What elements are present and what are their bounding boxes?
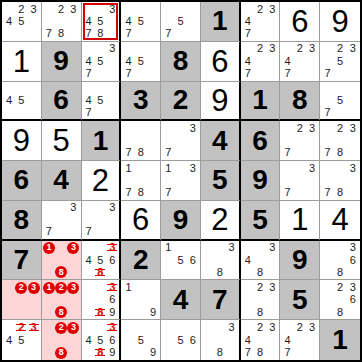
candidate-empty xyxy=(162,254,174,266)
candidate-empty xyxy=(106,15,118,27)
candidate-empty xyxy=(147,321,159,334)
candidate-digit: 2 xyxy=(254,43,266,55)
candidate-grid: 3689 xyxy=(82,280,120,319)
cell-r8c7[interactable]: 238 xyxy=(241,280,281,320)
cell-r7c3[interactable]: 34568 xyxy=(82,241,122,281)
given-digit: 6 xyxy=(2,161,41,200)
candidate-digit: 5 xyxy=(94,334,106,347)
candidate-empty xyxy=(187,3,199,15)
candidate-empty xyxy=(147,15,159,27)
candidate-empty xyxy=(174,135,186,147)
candidate-digit: 7 xyxy=(242,346,254,359)
cell-r1c6[interactable]: 1 xyxy=(201,2,241,42)
candidate-digit: 5 xyxy=(174,254,186,266)
candidate-grid: 37 xyxy=(280,161,319,200)
candidate-digit: 3 xyxy=(67,202,79,214)
cell-r4c2[interactable]: 5 xyxy=(42,121,82,161)
cell-r3c4[interactable]: 3 xyxy=(121,82,161,122)
cell-r4c9[interactable]: 2378 xyxy=(320,121,360,161)
candidate-empty xyxy=(122,43,134,55)
cell-r9c8[interactable]: 2347 xyxy=(280,320,320,360)
candidate-empty xyxy=(135,67,147,79)
candidate-empty xyxy=(334,294,347,306)
candidate-empty xyxy=(346,174,359,186)
given-digit: 7 xyxy=(2,241,41,280)
candidate-grid: 38 xyxy=(201,320,239,360)
candidate-empty xyxy=(28,15,40,27)
candidate-grid: 38 xyxy=(201,241,239,280)
cell-r1c7[interactable]: 2347 xyxy=(241,2,281,42)
candidate-empty xyxy=(135,174,147,186)
cell-r9c3[interactable]: 345689 xyxy=(82,320,122,360)
candidate-empty xyxy=(43,254,55,266)
candidate-empty xyxy=(94,106,106,118)
candidate-empty xyxy=(15,346,27,359)
candidate-empty xyxy=(306,174,318,186)
cell-r8c3[interactable]: 3689 xyxy=(82,280,122,320)
solved-digit: 2 xyxy=(82,161,120,200)
cell-r7c9[interactable]: 368 xyxy=(320,241,360,281)
cell-r5c8[interactable]: 37 xyxy=(280,161,320,201)
cell-r8c5[interactable]: 4 xyxy=(161,280,201,320)
candidate-digit: 8 xyxy=(334,147,347,159)
candidate-empty xyxy=(294,334,306,347)
candidate-circled: 8 xyxy=(55,346,67,359)
given-digit: 5 xyxy=(201,161,239,200)
candidate-empty xyxy=(321,294,334,306)
candidate-eliminated: 3 xyxy=(106,242,118,254)
candidate-empty xyxy=(174,162,186,174)
candidate-digit: 7 xyxy=(162,187,174,199)
candidate-empty xyxy=(3,83,15,95)
candidate-digit: 7 xyxy=(83,226,95,238)
cell-r7c1[interactable]: 7 xyxy=(2,241,42,281)
candidate-digit: 3 xyxy=(346,242,359,254)
candidate-circled: 2 xyxy=(55,321,67,334)
candidate-empty xyxy=(67,266,79,278)
candidate-circled: 8 xyxy=(55,266,67,278)
candidate-digit: 7 xyxy=(122,147,134,159)
cell-r5c5[interactable]: 137 xyxy=(161,161,201,201)
candidate-digit: 3 xyxy=(266,321,278,334)
given-digit: 9 xyxy=(42,42,81,81)
candidate-digit: 9 xyxy=(147,306,159,318)
solved-digit: 9 xyxy=(320,2,360,41)
candidate-empty xyxy=(321,281,334,293)
given-digit: 7 xyxy=(201,280,239,319)
candidate-digit: 5 xyxy=(15,15,27,27)
given-digit: 8 xyxy=(280,82,319,120)
candidate-empty xyxy=(226,346,238,359)
candidate-digit: 5 xyxy=(94,94,106,106)
candidate-digit: 6 xyxy=(106,334,118,347)
cell-r5c6[interactable]: 5 xyxy=(201,161,241,201)
candidate-empty xyxy=(187,346,199,359)
candidate-circled: 1 xyxy=(43,281,55,293)
candidate-empty xyxy=(83,43,95,55)
candidate-empty xyxy=(346,266,359,278)
candidate-digit: 3 xyxy=(346,122,359,134)
cell-r9c2[interactable]: 238 xyxy=(42,320,82,360)
cell-r4c1[interactable]: 9 xyxy=(2,121,42,161)
candidate-empty xyxy=(174,187,186,199)
cell-r8c1[interactable]: 23 xyxy=(2,280,42,320)
candidate-empty xyxy=(94,226,106,238)
cell-r3c9[interactable]: 57 xyxy=(320,82,360,122)
candidate-digit: 8 xyxy=(214,346,226,359)
candidate-digit: 6 xyxy=(187,334,199,347)
candidate-empty xyxy=(162,122,174,134)
cell-r3c7[interactable]: 1 xyxy=(241,82,281,122)
candidate-digit: 7 xyxy=(281,346,293,359)
candidate-digit: 2 xyxy=(15,3,27,15)
circled-digit: 8 xyxy=(55,347,67,359)
cell-r3c1[interactable]: 45 xyxy=(2,82,42,122)
given-digit: 9 xyxy=(241,161,280,200)
cell-r9c1[interactable]: 2345 xyxy=(2,320,42,360)
candidate-digit: 3 xyxy=(266,43,278,55)
candidate-empty xyxy=(83,3,95,15)
cell-r5c1[interactable]: 6 xyxy=(2,161,42,201)
candidate-empty xyxy=(346,306,359,318)
cell-r3c2[interactable]: 6 xyxy=(42,82,82,122)
candidate-grid: 45 xyxy=(2,82,41,120)
candidate-empty xyxy=(55,254,67,266)
candidate-empty xyxy=(306,187,318,199)
candidate-empty xyxy=(254,55,266,67)
cell-r5c2[interactable]: 4 xyxy=(42,161,82,201)
cell-r4c8[interactable]: 237 xyxy=(280,121,320,161)
candidate-empty xyxy=(83,294,95,306)
candidate-empty xyxy=(254,294,266,306)
cell-r7c5[interactable]: 156 xyxy=(161,241,201,281)
candidate-digit: 3 xyxy=(266,242,278,254)
candidate-empty xyxy=(106,67,118,79)
candidate-digit: 3 xyxy=(187,122,199,134)
candidate-empty xyxy=(94,321,106,334)
cell-r6c3[interactable]: 37 xyxy=(82,201,122,241)
candidate-digit: 3 xyxy=(346,281,359,293)
candidate-digit: 5 xyxy=(135,55,147,67)
candidate-grid: 23 xyxy=(2,280,41,319)
candidate-grid: 348 xyxy=(241,241,280,280)
candidate-circled: 3 xyxy=(67,281,79,293)
candidate-empty xyxy=(321,266,334,278)
candidate-digit: 1 xyxy=(162,162,174,174)
cell-r8c4[interactable]: 19 xyxy=(121,280,161,320)
candidate-empty xyxy=(15,306,27,318)
candidate-empty xyxy=(187,266,199,278)
candidate-empty xyxy=(306,334,318,347)
candidate-grid: 2347 xyxy=(280,320,319,360)
candidate-empty xyxy=(266,28,278,40)
candidate-empty xyxy=(43,306,55,318)
candidate-digit: 7 xyxy=(281,147,293,159)
candidate-empty xyxy=(321,254,334,266)
candidate-empty xyxy=(3,3,15,15)
candidate-empty xyxy=(135,43,147,55)
candidate-empty xyxy=(266,67,278,79)
candidate-empty xyxy=(294,147,306,159)
candidate-digit: 3 xyxy=(306,122,318,134)
cell-r6c5[interactable]: 9 xyxy=(161,201,201,241)
candidate-grid: 57 xyxy=(320,82,360,120)
given-digit: 4 xyxy=(201,121,239,160)
candidate-digit: 1 xyxy=(162,242,174,254)
given-digit: 8 xyxy=(2,201,41,239)
cell-r1c5[interactable]: 57 xyxy=(161,2,201,42)
cell-r8c6[interactable]: 7 xyxy=(201,280,241,320)
candidate-empty xyxy=(106,94,118,106)
candidate-empty xyxy=(28,306,40,318)
candidate-eliminated: 3 xyxy=(106,281,118,293)
candidate-empty xyxy=(67,254,79,266)
cell-r6c2[interactable]: 37 xyxy=(42,201,82,241)
candidate-grid: 238 xyxy=(42,320,81,360)
candidate-circled: 3 xyxy=(67,321,79,334)
candidate-digit: 2 xyxy=(294,43,306,55)
cell-r7c7[interactable]: 348 xyxy=(241,241,281,281)
candidate-empty xyxy=(147,67,159,79)
candidate-empty xyxy=(346,83,359,95)
candidate-empty xyxy=(281,122,293,134)
candidate-grid: 37 xyxy=(42,201,81,239)
candidate-empty xyxy=(202,334,214,347)
candidate-digit: 5 xyxy=(174,15,186,27)
candidate-grid: 57 xyxy=(161,2,200,41)
given-digit: 9 xyxy=(161,201,200,239)
candidate-empty xyxy=(174,242,186,254)
candidate-empty xyxy=(174,266,186,278)
circled-digit: 3 xyxy=(28,282,40,294)
given-digit: 2 xyxy=(121,241,160,280)
cell-r6c7[interactable]: 5 xyxy=(241,201,281,241)
candidate-circled: 1 xyxy=(43,242,55,254)
struck-digit: 3 xyxy=(109,282,115,293)
candidate-empty xyxy=(294,135,306,147)
cell-r7c4[interactable]: 2 xyxy=(121,241,161,281)
candidate-empty xyxy=(187,242,199,254)
candidate-digit: 4 xyxy=(3,94,15,106)
candidate-empty xyxy=(266,306,278,318)
solved-digit: 6 xyxy=(121,201,160,239)
cell-r2c5[interactable]: 8 xyxy=(161,42,201,82)
cell-r2c2[interactable]: 9 xyxy=(42,42,82,82)
cell-r8c2[interactable]: 1238 xyxy=(42,280,82,320)
cell-r2c9[interactable]: 2357 xyxy=(320,42,360,82)
candidate-digit: 7 xyxy=(122,28,134,40)
candidate-empty xyxy=(135,321,147,334)
cell-r7c2[interactable]: 138 xyxy=(42,241,82,281)
cell-r1c4[interactable]: 457 xyxy=(121,2,161,42)
candidate-empty xyxy=(281,321,293,334)
cell-r6c8[interactable]: 1 xyxy=(280,201,320,241)
candidate-empty xyxy=(3,294,15,306)
candidate-eliminated: 8 xyxy=(94,346,106,359)
candidate-empty xyxy=(334,174,347,186)
cell-r7c6[interactable]: 38 xyxy=(201,241,241,281)
cell-r2c4[interactable]: 457 xyxy=(121,42,161,82)
cell-r6c4[interactable]: 6 xyxy=(121,201,161,241)
cell-r4c4[interactable]: 78 xyxy=(121,121,161,161)
candidate-grid: 56 xyxy=(161,320,200,360)
struck-digit: 3 xyxy=(31,322,37,333)
candidate-digit: 5 xyxy=(94,55,106,67)
candidate-eliminated: 3 xyxy=(28,321,40,334)
cell-r7c8[interactable]: 9 xyxy=(280,241,320,281)
candidate-empty xyxy=(214,242,226,254)
candidate-digit: 2 xyxy=(334,281,347,293)
candidate-empty xyxy=(67,28,79,40)
candidate-empty xyxy=(202,321,214,334)
circled-digit: 2 xyxy=(15,282,27,294)
candidate-empty xyxy=(106,55,118,67)
candidate-digit: 7 xyxy=(83,67,95,79)
cell-r5c4[interactable]: 178 xyxy=(121,161,161,201)
candidate-empty xyxy=(135,346,147,359)
cell-r5c7[interactable]: 9 xyxy=(241,161,281,201)
candidate-grid: 138 xyxy=(42,241,81,280)
candidate-empty xyxy=(43,15,55,27)
candidate-empty xyxy=(147,3,159,15)
cell-r3c5[interactable]: 2 xyxy=(161,82,201,122)
candidate-digit: 8 xyxy=(94,28,106,40)
candidate-grid: 2378 xyxy=(320,121,360,160)
candidate-empty xyxy=(83,242,95,254)
candidate-empty xyxy=(266,346,278,359)
candidate-empty xyxy=(346,94,359,106)
cell-r9c7[interactable]: 23478 xyxy=(241,320,281,360)
cell-r4c7[interactable]: 6 xyxy=(241,121,281,161)
cell-r5c3[interactable]: 2 xyxy=(82,161,122,201)
candidate-empty xyxy=(321,55,334,67)
candidate-grid: 2345 xyxy=(2,2,41,41)
candidate-empty xyxy=(83,306,95,318)
candidate-digit: 4 xyxy=(281,334,293,347)
cell-r5c9[interactable]: 378 xyxy=(320,161,360,201)
cell-r2c3[interactable]: 3457 xyxy=(82,42,122,82)
cell-r9c4[interactable]: 59 xyxy=(121,320,161,360)
cell-r1c3[interactable]: 34578 xyxy=(82,2,122,42)
cell-r4c3[interactable]: 1 xyxy=(82,121,122,161)
cell-r9c9[interactable]: 1 xyxy=(320,320,360,360)
candidate-empty xyxy=(242,281,254,293)
given-digit: 1 xyxy=(82,121,120,160)
candidate-digit: 2 xyxy=(294,321,306,334)
candidate-empty xyxy=(67,226,79,238)
candidate-grid: 3457 xyxy=(82,42,120,81)
candidate-empty xyxy=(174,346,186,359)
candidate-digit: 2 xyxy=(254,281,266,293)
given-digit: 5 xyxy=(280,280,319,319)
given-digit: 6 xyxy=(241,121,280,160)
candidate-grid: 238 xyxy=(241,280,280,319)
candidate-digit: 6 xyxy=(106,254,118,266)
given-digit: 4 xyxy=(42,161,81,200)
solved-digit: 2 xyxy=(201,201,239,239)
cell-r8c8[interactable]: 5 xyxy=(280,280,320,320)
cell-r3c3[interactable]: 457 xyxy=(82,82,122,122)
candidate-empty xyxy=(321,306,334,318)
candidate-empty xyxy=(306,135,318,147)
candidate-empty xyxy=(106,214,118,226)
cell-r4c6[interactable]: 4 xyxy=(201,121,241,161)
circled-digit: 1 xyxy=(43,282,55,294)
candidate-empty xyxy=(214,254,226,266)
cell-r6c9[interactable]: 4 xyxy=(320,201,360,241)
cell-r1c8[interactable]: 6 xyxy=(280,2,320,42)
candidate-digit: 4 xyxy=(122,15,134,27)
candidate-digit: 8 xyxy=(254,346,266,359)
candidate-digit: 3 xyxy=(106,202,118,214)
candidate-eliminated: 3 xyxy=(106,321,118,334)
candidate-empty xyxy=(122,174,134,186)
candidate-empty xyxy=(162,3,174,15)
candidate-digit: 5 xyxy=(174,334,186,347)
candidate-empty xyxy=(187,135,199,147)
candidate-grid: 2347 xyxy=(280,42,319,81)
cell-r8c9[interactable]: 2368 xyxy=(320,280,360,320)
cell-r2c1[interactable]: 1 xyxy=(2,42,42,82)
cell-r3c6[interactable]: 9 xyxy=(201,82,241,122)
cell-r2c7[interactable]: 2347 xyxy=(241,42,281,82)
candidate-empty xyxy=(254,334,266,347)
candidate-digit: 5 xyxy=(94,15,106,27)
candidate-empty xyxy=(28,94,40,106)
candidate-empty xyxy=(254,28,266,40)
candidate-grid: 1238 xyxy=(42,280,81,319)
candidate-digit: 3 xyxy=(67,3,79,15)
candidate-empty xyxy=(147,281,159,293)
candidate-empty xyxy=(266,266,278,278)
candidate-digit: 3 xyxy=(106,43,118,55)
circled-digit: 3 xyxy=(67,242,79,254)
cell-r1c2[interactable]: 2378 xyxy=(42,2,82,42)
cell-r6c6[interactable]: 2 xyxy=(201,201,241,241)
candidate-empty xyxy=(334,83,347,95)
candidate-empty xyxy=(43,334,55,347)
solved-digit: 6 xyxy=(280,2,319,41)
candidate-empty xyxy=(187,15,199,27)
cell-r2c6[interactable]: 6 xyxy=(201,42,241,82)
candidate-grid: 2347 xyxy=(241,42,280,81)
candidate-empty xyxy=(55,214,67,226)
candidate-empty xyxy=(294,67,306,79)
candidate-empty xyxy=(83,83,95,95)
candidate-digit: 4 xyxy=(83,15,95,27)
cell-r9c5[interactable]: 56 xyxy=(161,320,201,360)
cell-r3c8[interactable]: 8 xyxy=(280,82,320,122)
candidate-digit: 5 xyxy=(334,55,347,67)
cell-r2c8[interactable]: 2347 xyxy=(280,42,320,82)
candidate-digit: 6 xyxy=(106,294,118,306)
cell-r9c6[interactable]: 38 xyxy=(201,320,241,360)
cell-r6c1[interactable]: 8 xyxy=(2,201,42,241)
candidate-digit: 3 xyxy=(28,3,40,15)
candidate-empty xyxy=(55,15,67,27)
candidate-empty xyxy=(67,294,79,306)
candidate-digit: 4 xyxy=(83,55,95,67)
candidate-empty xyxy=(147,43,159,55)
candidate-empty xyxy=(94,43,106,55)
candidate-digit: 3 xyxy=(187,162,199,174)
candidate-empty xyxy=(83,321,95,334)
cell-r1c1[interactable]: 2345 xyxy=(2,2,42,42)
cell-r1c9[interactable]: 9 xyxy=(320,2,360,42)
given-digit: 1 xyxy=(320,320,360,360)
cell-r4c5[interactable]: 37 xyxy=(161,121,201,161)
candidate-empty xyxy=(55,334,67,347)
